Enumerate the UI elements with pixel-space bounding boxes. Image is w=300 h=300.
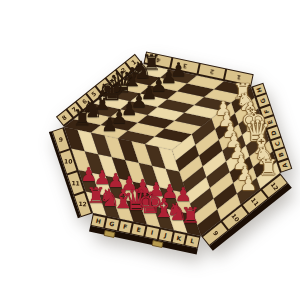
coordinate-label: A <box>278 160 290 172</box>
coordinate-label: J <box>159 229 173 241</box>
piece-black-pawn[interactable]: ♟ <box>101 115 118 134</box>
hinge <box>103 230 115 238</box>
piece-black-rook[interactable]: ♜ <box>73 107 93 129</box>
coordinate-label: K <box>172 232 186 244</box>
coordinate-label: G <box>105 218 119 230</box>
hinge <box>151 240 163 248</box>
three-player-chess-board: 123456789101112HGFEIJKL9101112ABCDEFGH12… <box>0 0 300 300</box>
piece-red-rook[interactable]: ♜ <box>181 204 201 226</box>
piece-white-pawn[interactable]: ♟ <box>240 175 257 194</box>
coordinate-label: F <box>118 220 132 232</box>
coordinate-label: I <box>145 226 159 238</box>
coordinate-label: E <box>132 223 146 235</box>
piece-white-rook[interactable]: ♜ <box>258 156 278 178</box>
coordinate-label: H <box>92 215 106 227</box>
coordinate-label: L <box>186 235 200 247</box>
product-photo-scene: 123456789101112HGFEIJKL9101112ABCDEFGH12… <box>0 0 300 300</box>
